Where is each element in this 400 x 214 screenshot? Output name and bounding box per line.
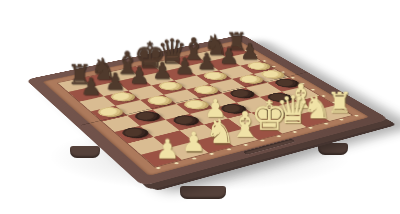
chess-set-photo: ♜♞♝♚♛♝♞♜♟♟♟♟♟♟♟♟♟♝♟♟♞♝♚♛♞♜ [0,0,400,214]
board-foot-right [318,143,348,155]
board-foot-center [180,186,226,199]
light-checker-disc-b6 [108,91,136,103]
board-foot-left [70,146,100,158]
